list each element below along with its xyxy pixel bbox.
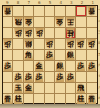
- square-1h[interactable]: [87, 83, 97, 94]
- square-3a[interactable]: [66, 6, 76, 17]
- square-6b[interactable]: [34, 17, 44, 28]
- square-4c[interactable]: [55, 28, 65, 39]
- rank-label-4: 四: [98, 38, 100, 49]
- square-1c[interactable]: [87, 28, 97, 39]
- sente-piece-l-9i[interactable]: 香: [3, 94, 12, 104]
- square-7d[interactable]: 銀: [24, 39, 34, 50]
- square-8i[interactable]: 桂: [13, 94, 23, 104]
- square-7g[interactable]: 歩: [24, 72, 34, 83]
- square-4e[interactable]: [55, 50, 65, 61]
- sente-piece-s-4f[interactable]: 銀: [55, 61, 64, 71]
- square-2d[interactable]: 歩: [76, 39, 86, 50]
- rank-label-9: 九: [98, 93, 100, 104]
- square-8c[interactable]: 歩: [13, 28, 23, 39]
- square-3e[interactable]: 銀: [66, 50, 76, 61]
- rank-label-8: 八: [98, 82, 100, 93]
- gote-piece-l-9a[interactable]: 香: [3, 6, 12, 16]
- gote-piece-p-7c[interactable]: 歩: [24, 28, 33, 38]
- square-5i[interactable]: [45, 94, 55, 104]
- gote-piece-r-8b[interactable]: 飛: [14, 17, 23, 27]
- square-2f[interactable]: 歩: [76, 61, 86, 72]
- gote-piece-n-3c[interactable]: 桂: [66, 28, 75, 38]
- square-8b[interactable]: 飛: [13, 17, 23, 28]
- square-5c[interactable]: [45, 28, 55, 39]
- square-8g[interactable]: 歩: [13, 72, 23, 83]
- gote-piece-p-9d[interactable]: 歩: [3, 39, 12, 49]
- square-9i[interactable]: 香: [3, 94, 13, 104]
- square-1b[interactable]: [87, 17, 97, 28]
- square-3d[interactable]: 歩: [66, 39, 76, 50]
- square-7a[interactable]: [24, 6, 34, 17]
- square-1f[interactable]: 歩: [87, 61, 97, 72]
- square-7h[interactable]: 金: [24, 83, 34, 94]
- rank-label-1: 一: [98, 5, 100, 16]
- square-6e[interactable]: [34, 50, 44, 61]
- gote-piece-g-4b[interactable]: 金: [55, 17, 64, 27]
- square-1i[interactable]: 香: [87, 94, 97, 104]
- gote-piece-p-1d[interactable]: 歩: [87, 39, 96, 49]
- gote-piece-p-3d[interactable]: 歩: [66, 39, 75, 49]
- square-3h[interactable]: [66, 83, 76, 94]
- sente-piece-p-3g[interactable]: 歩: [66, 72, 75, 82]
- square-1a[interactable]: 香: [87, 6, 97, 17]
- square-2i[interactable]: 桂: [76, 94, 86, 104]
- sente-piece-p-5e[interactable]: 歩: [45, 50, 54, 60]
- sente-piece-k-8h[interactable]: 玉: [14, 83, 23, 93]
- square-3b[interactable]: 王: [66, 17, 76, 28]
- rank-label-7: 七: [98, 71, 100, 82]
- square-4i[interactable]: [55, 94, 65, 104]
- square-4b[interactable]: 金: [55, 17, 65, 28]
- square-7c[interactable]: 歩: [24, 28, 34, 39]
- gote-piece-p-6c[interactable]: 歩: [35, 28, 44, 38]
- square-9h[interactable]: [3, 83, 13, 94]
- square-8h[interactable]: 玉: [13, 83, 23, 94]
- square-7f[interactable]: [24, 61, 34, 72]
- sente-piece-n-2i[interactable]: 桂: [76, 94, 85, 104]
- square-5a[interactable]: [45, 6, 55, 17]
- square-2g[interactable]: [76, 72, 86, 83]
- square-1g[interactable]: [87, 72, 97, 83]
- square-8a[interactable]: [13, 6, 23, 17]
- square-2c[interactable]: [76, 28, 86, 39]
- square-3c[interactable]: 桂: [66, 28, 76, 39]
- square-1d[interactable]: 歩: [87, 39, 97, 50]
- sente-piece-p-1f[interactable]: 歩: [87, 61, 96, 71]
- sente-piece-b-7e[interactable]: 角: [24, 50, 33, 60]
- square-6g[interactable]: 歩: [34, 72, 44, 83]
- gote-piece-l-1a[interactable]: 香: [87, 6, 96, 16]
- square-5h[interactable]: [45, 83, 55, 94]
- rank-label-5: 五: [98, 49, 100, 60]
- gote-piece-p-8c[interactable]: 歩: [14, 28, 23, 38]
- sente-piece-r-2h[interactable]: 飛: [76, 83, 85, 93]
- rank-label-3: 三: [98, 27, 100, 38]
- gote-piece-k-3b[interactable]: 王: [66, 17, 75, 27]
- square-3f[interactable]: [66, 61, 76, 72]
- square-5d[interactable]: 歩: [45, 39, 55, 50]
- square-1e[interactable]: [87, 50, 97, 61]
- sente-piece-p-7g[interactable]: 歩: [24, 72, 33, 82]
- board-bottom-shadow: [0, 104, 100, 108]
- square-6h[interactable]: [34, 83, 44, 94]
- sente-piece-p-6g[interactable]: 歩: [35, 72, 44, 82]
- square-3i[interactable]: [66, 94, 76, 104]
- gote-piece-g-7b[interactable]: 金: [24, 17, 33, 27]
- square-7i[interactable]: [24, 94, 34, 104]
- square-6d[interactable]: [34, 39, 44, 50]
- square-9d[interactable]: 歩: [3, 39, 13, 50]
- sente-piece-p-8g[interactable]: 歩: [14, 72, 23, 82]
- square-9g[interactable]: [3, 72, 13, 83]
- square-6c[interactable]: 歩: [34, 28, 44, 39]
- square-6a[interactable]: [34, 6, 44, 17]
- square-5e[interactable]: 歩: [45, 50, 55, 61]
- sente-piece-l-1i[interactable]: 香: [87, 94, 96, 104]
- sente-piece-n-8i[interactable]: 桂: [14, 94, 23, 104]
- square-2a[interactable]: [76, 6, 86, 17]
- square-4h[interactable]: [55, 83, 65, 94]
- sente-piece-g-7h[interactable]: 金: [24, 83, 33, 93]
- square-5g[interactable]: [45, 72, 55, 83]
- square-2h[interactable]: 飛: [76, 83, 86, 94]
- square-5f[interactable]: [45, 61, 55, 72]
- square-6f[interactable]: 金: [34, 61, 44, 72]
- shogi-board[interactable]: 香香飛金金王歩歩歩桂歩銀歩歩歩歩角歩銀歩金銀歩歩歩歩歩歩歩玉金飛香桂桂香: [2, 5, 98, 104]
- square-9c[interactable]: [3, 28, 13, 39]
- sente-piece-g-6f[interactable]: 金: [35, 61, 44, 71]
- square-9a[interactable]: 香: [3, 6, 13, 17]
- shogi-diagram: 987654321 一二三四五六七八九 香香飛金金王歩歩歩桂歩銀歩歩歩歩角歩銀歩…: [0, 0, 100, 108]
- sente-piece-p-4g[interactable]: 歩: [55, 72, 64, 82]
- square-4f[interactable]: 銀: [55, 61, 65, 72]
- square-9e[interactable]: [3, 50, 13, 61]
- square-2e[interactable]: [76, 50, 86, 61]
- rank-coordinate-strip: 一二三四五六七八九: [98, 5, 100, 104]
- gote-piece-s-7d[interactable]: 銀: [24, 39, 33, 49]
- square-7e[interactable]: 角: [24, 50, 34, 61]
- gote-piece-p-2d[interactable]: 歩: [76, 39, 85, 49]
- square-7b[interactable]: 金: [24, 17, 34, 28]
- sente-piece-p-2f[interactable]: 歩: [76, 61, 85, 71]
- square-8d[interactable]: [13, 39, 23, 50]
- square-5b[interactable]: [45, 17, 55, 28]
- square-4g[interactable]: 歩: [55, 72, 65, 83]
- square-4a[interactable]: [55, 6, 65, 17]
- square-8f[interactable]: [13, 61, 23, 72]
- square-9f[interactable]: 歩: [3, 61, 13, 72]
- square-8e[interactable]: [13, 50, 23, 61]
- gote-piece-p-5d[interactable]: 歩: [45, 39, 54, 49]
- square-2b[interactable]: [76, 17, 86, 28]
- square-9b[interactable]: [3, 17, 13, 28]
- sente-piece-s-3e[interactable]: 銀: [66, 50, 75, 60]
- square-3g[interactable]: 歩: [66, 72, 76, 83]
- square-4d[interactable]: [55, 39, 65, 50]
- sente-piece-p-9f[interactable]: 歩: [3, 61, 12, 71]
- rank-label-2: 二: [98, 16, 100, 27]
- rank-label-6: 六: [98, 60, 100, 71]
- square-6i[interactable]: [34, 94, 44, 104]
